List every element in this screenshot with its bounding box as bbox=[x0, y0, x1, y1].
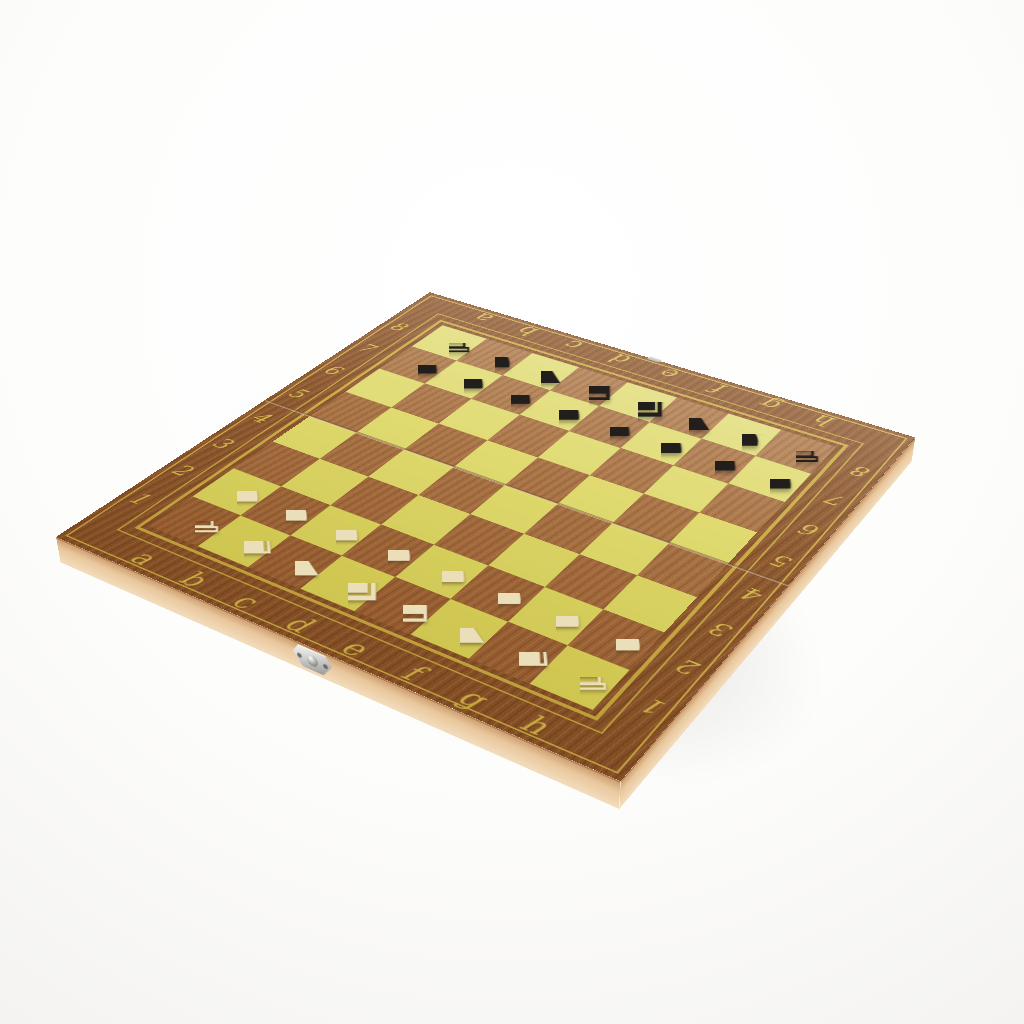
photo-background: abcdefgh abcdefgh 87654321 87654321 ♜♞♝♛… bbox=[0, 0, 1024, 1024]
latch-screw-icon bbox=[323, 663, 328, 669]
square-h1: ♜ bbox=[530, 646, 630, 710]
white-rook-icon: ♜ bbox=[538, 611, 622, 705]
latch-knob-icon bbox=[307, 653, 319, 668]
black-pawn-icon: ♟ bbox=[684, 413, 745, 481]
black-pawn-icon: ♟ bbox=[631, 396, 691, 463]
black-pawn-icon: ♟ bbox=[739, 430, 801, 500]
latch-screw-icon bbox=[297, 652, 302, 658]
